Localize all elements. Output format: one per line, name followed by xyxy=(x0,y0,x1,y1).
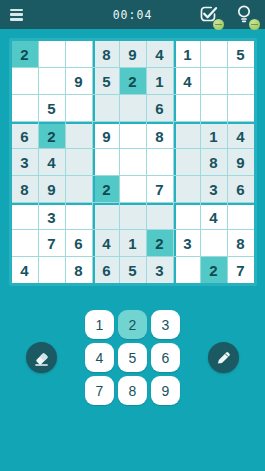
number-pad: 123456789 xyxy=(85,310,180,405)
cell-r6c4[interactable]: 2 xyxy=(93,176,119,202)
bottom-controls: 123456789 xyxy=(0,310,265,405)
cell-r5c8[interactable]: 8 xyxy=(201,149,227,175)
cell-r4c6[interactable]: 8 xyxy=(147,122,173,148)
cell-r3c5[interactable] xyxy=(120,95,146,121)
cell-r8c7[interactable]: 3 xyxy=(174,230,200,256)
numpad-key-5[interactable]: 5 xyxy=(118,343,147,372)
cell-r1c8[interactable] xyxy=(201,41,227,67)
cell-r9c3[interactable]: 8 xyxy=(66,257,92,283)
numpad-key-1[interactable]: 1 xyxy=(85,310,114,339)
cell-r4c3[interactable] xyxy=(66,122,92,148)
cell-r7c8[interactable]: 4 xyxy=(201,203,227,229)
cell-r2c8[interactable] xyxy=(201,68,227,94)
cell-r9c2[interactable] xyxy=(39,257,65,283)
cell-r8c8[interactable] xyxy=(201,230,227,256)
cell-r9c7[interactable] xyxy=(174,257,200,283)
cell-r5c9[interactable]: 9 xyxy=(228,149,254,175)
cell-r6c8[interactable]: 3 xyxy=(201,176,227,202)
eraser-button[interactable] xyxy=(26,342,57,373)
cell-r8c2[interactable]: 7 xyxy=(39,230,65,256)
cell-r5c3[interactable] xyxy=(66,149,92,175)
numpad-key-2[interactable]: 2 xyxy=(118,310,147,339)
pencil-button[interactable] xyxy=(208,342,239,373)
numpad-key-8[interactable]: 8 xyxy=(118,376,147,405)
cell-r3c2[interactable]: 5 xyxy=(39,95,65,121)
cell-r7c5[interactable] xyxy=(120,203,146,229)
cell-r1c7[interactable]: 1 xyxy=(174,41,200,67)
cell-r2c6[interactable]: 1 xyxy=(147,68,173,94)
cell-r7c2[interactable]: 3 xyxy=(39,203,65,229)
cell-r3c4[interactable] xyxy=(93,95,119,121)
cell-r4c9[interactable]: 4 xyxy=(228,122,254,148)
cell-r9c9[interactable]: 7 xyxy=(228,257,254,283)
cell-r5c4[interactable] xyxy=(93,149,119,175)
cell-r4c8[interactable]: 1 xyxy=(201,122,227,148)
cell-r9c4[interactable]: 6 xyxy=(93,257,119,283)
cell-r2c9[interactable] xyxy=(228,68,254,94)
cell-r5c1[interactable]: 3 xyxy=(12,149,38,175)
numpad-key-7[interactable]: 7 xyxy=(85,376,114,405)
cell-r1c2[interactable] xyxy=(39,41,65,67)
cell-r3c6[interactable]: 6 xyxy=(147,95,173,121)
cell-r1c6[interactable]: 4 xyxy=(147,41,173,67)
cell-r2c2[interactable] xyxy=(39,68,65,94)
eraser-icon xyxy=(32,348,51,368)
cell-r5c5[interactable] xyxy=(120,149,146,175)
cell-r6c5[interactable] xyxy=(120,176,146,202)
cell-r8c6[interactable]: 2 xyxy=(147,230,173,256)
cell-r7c4[interactable] xyxy=(93,203,119,229)
cell-r2c7[interactable]: 4 xyxy=(174,68,200,94)
cell-r2c3[interactable]: 9 xyxy=(66,68,92,94)
numpad-key-9[interactable]: 9 xyxy=(151,376,180,405)
cell-r6c9[interactable]: 6 xyxy=(228,176,254,202)
cell-r9c5[interactable]: 5 xyxy=(120,257,146,283)
cell-r2c4[interactable]: 5 xyxy=(93,68,119,94)
cell-r6c3[interactable] xyxy=(66,176,92,202)
top-bar: 00:04 xyxy=(0,0,265,29)
cell-r8c1[interactable] xyxy=(12,230,38,256)
cell-r8c4[interactable]: 4 xyxy=(93,230,119,256)
numpad-key-4[interactable]: 4 xyxy=(85,343,114,372)
cell-r9c8[interactable]: 2 xyxy=(201,257,227,283)
cell-r1c4[interactable]: 8 xyxy=(93,41,119,67)
cell-r2c1[interactable] xyxy=(12,68,38,94)
cell-r7c3[interactable] xyxy=(66,203,92,229)
cell-r6c2[interactable]: 9 xyxy=(39,176,65,202)
numpad-key-6[interactable]: 6 xyxy=(151,343,180,372)
sudoku-board-frame: 2894159521456629814348989273634764123848… xyxy=(9,38,257,286)
cell-r8c5[interactable]: 1 xyxy=(120,230,146,256)
cell-r4c1[interactable]: 6 xyxy=(12,122,38,148)
hint-button[interactable] xyxy=(234,4,255,25)
cell-r4c5[interactable] xyxy=(120,122,146,148)
cell-r3c1[interactable] xyxy=(12,95,38,121)
cell-r7c1[interactable] xyxy=(12,203,38,229)
cell-r6c1[interactable]: 8 xyxy=(12,176,38,202)
cell-r1c9[interactable]: 5 xyxy=(228,41,254,67)
cell-r9c1[interactable]: 4 xyxy=(12,257,38,283)
cell-r7c9[interactable] xyxy=(228,203,254,229)
cell-r2c5[interactable]: 2 xyxy=(120,68,146,94)
cell-r1c3[interactable] xyxy=(66,41,92,67)
cell-r4c2[interactable]: 2 xyxy=(39,122,65,148)
cell-r3c8[interactable] xyxy=(201,95,227,121)
cell-r7c6[interactable] xyxy=(147,203,173,229)
hint-count-badge xyxy=(249,19,260,30)
cell-r6c6[interactable]: 7 xyxy=(147,176,173,202)
cell-r3c9[interactable] xyxy=(228,95,254,121)
cell-r3c7[interactable] xyxy=(174,95,200,121)
cell-r4c7[interactable] xyxy=(174,122,200,148)
cell-r5c7[interactable] xyxy=(174,149,200,175)
cell-r4c4[interactable]: 9 xyxy=(93,122,119,148)
cell-r8c9[interactable]: 8 xyxy=(228,230,254,256)
check-count-badge xyxy=(213,19,224,30)
check-solution-button[interactable] xyxy=(198,4,219,25)
cell-r5c6[interactable] xyxy=(147,149,173,175)
cell-r5c2[interactable]: 4 xyxy=(39,149,65,175)
pencil-icon xyxy=(214,348,233,368)
cell-r9c6[interactable]: 3 xyxy=(147,257,173,283)
cell-r7c7[interactable] xyxy=(174,203,200,229)
cell-r1c1[interactable]: 2 xyxy=(12,41,38,67)
cell-r3c3[interactable] xyxy=(66,95,92,121)
cell-r1c5[interactable]: 9 xyxy=(120,41,146,67)
sudoku-board[interactable]: 2894159521456629814348989273634764123848… xyxy=(12,41,254,283)
cell-r8c3[interactable]: 6 xyxy=(66,230,92,256)
cell-r6c7[interactable] xyxy=(174,176,200,202)
numpad-key-3[interactable]: 3 xyxy=(151,310,180,339)
